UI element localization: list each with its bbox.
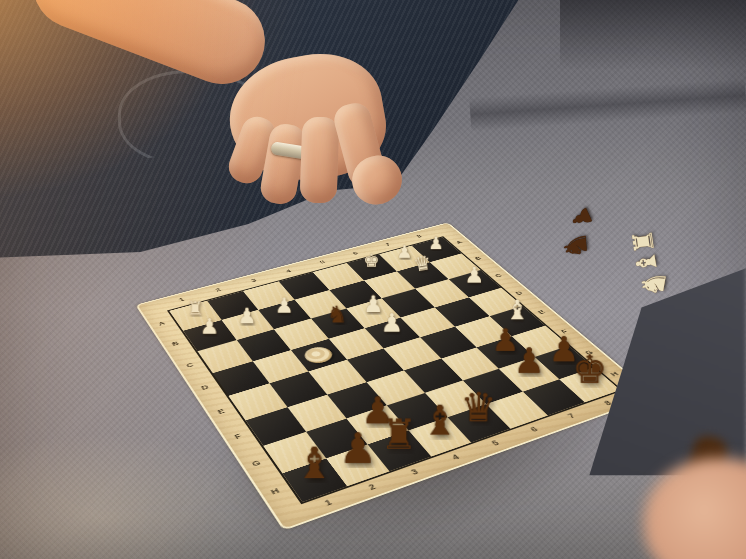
wooden-checker-disc[interactable] xyxy=(300,344,337,366)
black-pawn-h2[interactable]: ♟ xyxy=(338,427,376,469)
black-bishop-h1[interactable]: ♝ xyxy=(295,442,334,485)
couch-backrest-shadow xyxy=(560,0,746,70)
white-pawn-c8[interactable]: ♟ xyxy=(465,264,485,286)
white-pawn-b3[interactable]: ♟ xyxy=(275,296,294,317)
captured-black-pawn[interactable]: ♟ xyxy=(566,203,597,233)
captured-black-knight[interactable]: ♞ xyxy=(559,230,592,260)
white-pawn-d5[interactable]: ♟ xyxy=(381,310,404,336)
photo-scene: 12345678 12345678 ABCDEFGH ABCDEFGH ♜♚♟♟… xyxy=(0,0,746,559)
black-queen-h5[interactable]: ♛ xyxy=(460,387,496,427)
black-king-h8[interactable]: ♚ xyxy=(572,350,607,389)
black-bishop-h4[interactable]: ♝ xyxy=(421,400,458,441)
black-rook-h3[interactable]: ♜ xyxy=(380,414,417,456)
white-queen-b7[interactable]: ♛ xyxy=(412,253,433,276)
white-pawn-b2[interactable]: ♟ xyxy=(238,306,257,327)
white-bishop-e8[interactable]: ♝ xyxy=(505,297,529,324)
black-knight-c4[interactable]: ♞ xyxy=(327,303,348,326)
white-king-a6[interactable]: ♚ xyxy=(363,251,379,269)
square-f6[interactable] xyxy=(441,347,499,380)
black-pawn-g7[interactable]: ♟ xyxy=(513,343,544,378)
middle-finger xyxy=(300,116,340,203)
opponent-hand-blurred[interactable] xyxy=(644,458,746,559)
white-pawn-a8[interactable]: ♟ xyxy=(428,234,444,252)
captured-white-knight[interactable]: ♞ xyxy=(636,267,671,300)
couch-cushion-seam xyxy=(469,78,746,131)
white-pawn-a7[interactable]: ♟ xyxy=(396,243,412,261)
white-pawn-b1[interactable]: ♟ xyxy=(200,316,219,338)
